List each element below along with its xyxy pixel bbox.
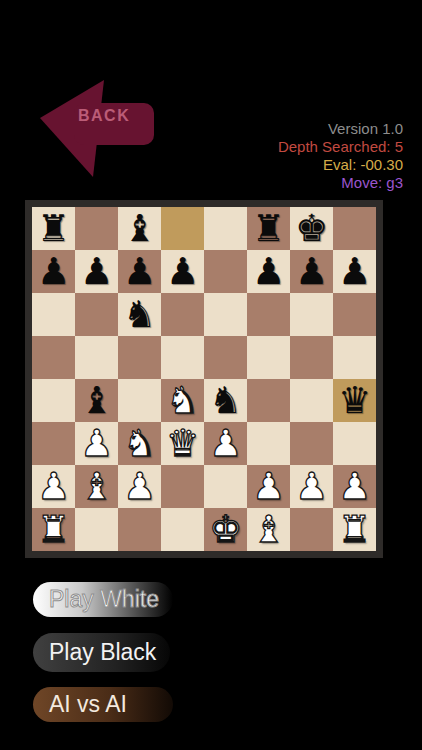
- square-d3[interactable]: ♛: [161, 422, 204, 465]
- square-d2[interactable]: [161, 465, 204, 508]
- square-b1[interactable]: [75, 508, 118, 551]
- piece-white-bishop[interactable]: ♝: [80, 465, 113, 508]
- piece-black-bishop[interactable]: ♝: [123, 207, 156, 250]
- square-d6[interactable]: [161, 293, 204, 336]
- piece-black-bishop[interactable]: ♝: [80, 379, 113, 422]
- piece-white-knight[interactable]: ♞: [166, 379, 199, 422]
- square-f2[interactable]: ♟: [247, 465, 290, 508]
- piece-black-knight[interactable]: ♞: [123, 293, 156, 336]
- square-b4[interactable]: ♝: [75, 379, 118, 422]
- square-c4[interactable]: [118, 379, 161, 422]
- piece-black-pawn[interactable]: ♟: [295, 250, 328, 293]
- piece-black-rook[interactable]: ♜: [37, 207, 70, 250]
- square-b7[interactable]: ♟: [75, 250, 118, 293]
- piece-white-pawn[interactable]: ♟: [252, 465, 285, 508]
- square-e4[interactable]: ♞: [204, 379, 247, 422]
- move-text: Move: g3: [278, 174, 403, 192]
- chess-board[interactable]: ♜♝♜♚♟♟♟♟♟♟♟♞♝♞♞♛♟♞♛♟♟♝♟♟♟♟♜♚♝♜: [32, 207, 376, 551]
- square-h7[interactable]: ♟: [333, 250, 376, 293]
- square-e1[interactable]: ♚: [204, 508, 247, 551]
- square-c3[interactable]: ♞: [118, 422, 161, 465]
- square-a3[interactable]: [32, 422, 75, 465]
- piece-black-pawn[interactable]: ♟: [123, 250, 156, 293]
- piece-black-pawn[interactable]: ♟: [252, 250, 285, 293]
- square-g7[interactable]: ♟: [290, 250, 333, 293]
- depth-searched-text: Depth Searched: 5: [278, 138, 403, 156]
- square-f7[interactable]: ♟: [247, 250, 290, 293]
- square-b2[interactable]: ♝: [75, 465, 118, 508]
- square-e8[interactable]: [204, 207, 247, 250]
- piece-black-pawn[interactable]: ♟: [80, 250, 113, 293]
- square-d8[interactable]: [161, 207, 204, 250]
- piece-white-rook[interactable]: ♜: [37, 508, 70, 551]
- eval-text: Eval: -00.30: [278, 156, 403, 174]
- square-h3[interactable]: [333, 422, 376, 465]
- square-a1[interactable]: ♜: [32, 508, 75, 551]
- square-c7[interactable]: ♟: [118, 250, 161, 293]
- square-e5[interactable]: [204, 336, 247, 379]
- piece-black-pawn[interactable]: ♟: [338, 250, 371, 293]
- square-g5[interactable]: [290, 336, 333, 379]
- piece-white-queen[interactable]: ♛: [166, 422, 199, 465]
- square-f6[interactable]: [247, 293, 290, 336]
- square-f1[interactable]: ♝: [247, 508, 290, 551]
- back-label: BACK: [78, 107, 130, 125]
- play-white-button[interactable]: Play White: [33, 582, 173, 617]
- piece-black-rook[interactable]: ♜: [252, 207, 285, 250]
- piece-white-pawn[interactable]: ♟: [209, 422, 242, 465]
- square-e2[interactable]: [204, 465, 247, 508]
- play-black-label: Play Black: [49, 639, 156, 666]
- piece-black-king[interactable]: ♚: [295, 207, 328, 250]
- square-c2[interactable]: ♟: [118, 465, 161, 508]
- square-h2[interactable]: ♟: [333, 465, 376, 508]
- square-d4[interactable]: ♞: [161, 379, 204, 422]
- piece-white-pawn[interactable]: ♟: [295, 465, 328, 508]
- piece-black-knight[interactable]: ♞: [209, 379, 242, 422]
- square-g8[interactable]: ♚: [290, 207, 333, 250]
- chess-board-frame: ♜♝♜♚♟♟♟♟♟♟♟♞♝♞♞♛♟♞♛♟♟♝♟♟♟♟♜♚♝♜: [25, 200, 383, 558]
- square-b5[interactable]: [75, 336, 118, 379]
- square-h4[interactable]: ♛: [333, 379, 376, 422]
- square-g1[interactable]: [290, 508, 333, 551]
- square-f5[interactable]: [247, 336, 290, 379]
- square-c1[interactable]: [118, 508, 161, 551]
- piece-white-pawn[interactable]: ♟: [338, 465, 371, 508]
- square-a7[interactable]: ♟: [32, 250, 75, 293]
- square-c5[interactable]: [118, 336, 161, 379]
- piece-white-rook[interactable]: ♜: [338, 508, 371, 551]
- square-b8[interactable]: [75, 207, 118, 250]
- square-a6[interactable]: [32, 293, 75, 336]
- engine-info-panel: Version 1.0 Depth Searched: 5 Eval: -00.…: [278, 120, 403, 192]
- square-a5[interactable]: [32, 336, 75, 379]
- back-button[interactable]: BACK: [38, 78, 166, 180]
- piece-white-knight[interactable]: ♞: [123, 422, 156, 465]
- square-h5[interactable]: [333, 336, 376, 379]
- ai-vs-ai-button[interactable]: AI vs AI: [33, 687, 173, 722]
- square-b6[interactable]: [75, 293, 118, 336]
- back-arrow-icon: [38, 78, 166, 180]
- square-f8[interactable]: ♜: [247, 207, 290, 250]
- ai-vs-ai-label: AI vs AI: [49, 691, 127, 718]
- piece-white-pawn[interactable]: ♟: [123, 465, 156, 508]
- square-f3[interactable]: [247, 422, 290, 465]
- square-f4[interactable]: [247, 379, 290, 422]
- square-e3[interactable]: ♟: [204, 422, 247, 465]
- square-g6[interactable]: [290, 293, 333, 336]
- piece-white-king[interactable]: ♚: [209, 508, 242, 551]
- square-c6[interactable]: ♞: [118, 293, 161, 336]
- piece-white-bishop[interactable]: ♝: [252, 508, 285, 551]
- square-c8[interactable]: ♝: [118, 207, 161, 250]
- square-e6[interactable]: [204, 293, 247, 336]
- square-b3[interactable]: ♟: [75, 422, 118, 465]
- piece-black-queen[interactable]: ♛: [338, 379, 371, 422]
- square-h8[interactable]: [333, 207, 376, 250]
- square-e7[interactable]: [204, 250, 247, 293]
- play-white-label: Play White: [49, 586, 159, 613]
- play-black-button[interactable]: Play Black: [33, 633, 170, 672]
- piece-white-pawn[interactable]: ♟: [37, 465, 70, 508]
- square-g2[interactable]: ♟: [290, 465, 333, 508]
- piece-black-pawn[interactable]: ♟: [37, 250, 70, 293]
- square-a2[interactable]: ♟: [32, 465, 75, 508]
- version-text: Version 1.0: [278, 120, 403, 138]
- square-d7[interactable]: ♟: [161, 250, 204, 293]
- square-d5[interactable]: [161, 336, 204, 379]
- square-d1[interactable]: [161, 508, 204, 551]
- square-h6[interactable]: [333, 293, 376, 336]
- piece-black-pawn[interactable]: ♟: [166, 250, 199, 293]
- square-g3[interactable]: [290, 422, 333, 465]
- piece-white-pawn[interactable]: ♟: [80, 422, 113, 465]
- square-a8[interactable]: ♜: [32, 207, 75, 250]
- square-h1[interactable]: ♜: [333, 508, 376, 551]
- square-a4[interactable]: [32, 379, 75, 422]
- square-g4[interactable]: [290, 379, 333, 422]
